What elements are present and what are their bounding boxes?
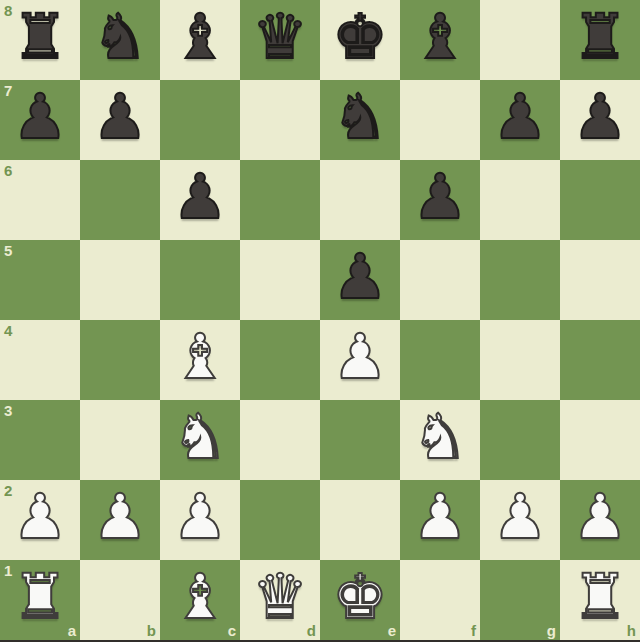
- piece-black-pawn[interactable]: ♟: [332, 237, 388, 317]
- piece-white-rook[interactable]: ♜: [572, 557, 628, 637]
- square-c4[interactable]: ♝: [160, 320, 240, 400]
- piece-white-rook[interactable]: ♜: [12, 557, 68, 637]
- square-c3[interactable]: ♞: [160, 400, 240, 480]
- chess-board: 8♜♞♝♛♚♝♜7♟♟♞♟♟6♟♟5♟4♝♟3♞♞2♟♟♟♟♟♟1a♜bc♝d♛…: [0, 0, 640, 640]
- square-b2[interactable]: ♟: [80, 480, 160, 560]
- square-d1[interactable]: d♛: [240, 560, 320, 640]
- square-h7[interactable]: ♟: [560, 80, 640, 160]
- piece-white-pawn[interactable]: ♟: [572, 477, 628, 557]
- piece-black-bishop[interactable]: ♝: [412, 0, 468, 77]
- square-b7[interactable]: ♟: [80, 80, 160, 160]
- square-e5[interactable]: ♟: [320, 240, 400, 320]
- piece-white-pawn[interactable]: ♟: [92, 477, 148, 557]
- square-f4[interactable]: [400, 320, 480, 400]
- square-d8[interactable]: ♛: [240, 0, 320, 80]
- square-e4[interactable]: ♟: [320, 320, 400, 400]
- square-e8[interactable]: ♚: [320, 0, 400, 80]
- square-b3[interactable]: [80, 400, 160, 480]
- square-f3[interactable]: ♞: [400, 400, 480, 480]
- piece-black-king[interactable]: ♚: [332, 0, 388, 77]
- piece-white-pawn[interactable]: ♟: [492, 477, 548, 557]
- piece-white-knight[interactable]: ♞: [172, 397, 228, 477]
- piece-white-pawn[interactable]: ♟: [172, 477, 228, 557]
- piece-white-pawn[interactable]: ♟: [12, 477, 68, 557]
- piece-black-pawn[interactable]: ♟: [412, 157, 468, 237]
- square-b4[interactable]: [80, 320, 160, 400]
- coord-rank-6: 6: [4, 163, 12, 178]
- coord-file-h: h: [627, 623, 636, 638]
- coord-file-f: f: [471, 623, 476, 638]
- square-h2[interactable]: ♟: [560, 480, 640, 560]
- piece-black-knight[interactable]: ♞: [92, 0, 148, 77]
- square-g4[interactable]: [480, 320, 560, 400]
- square-e7[interactable]: ♞: [320, 80, 400, 160]
- square-f8[interactable]: ♝: [400, 0, 480, 80]
- square-c6[interactable]: ♟: [160, 160, 240, 240]
- square-c2[interactable]: ♟: [160, 480, 240, 560]
- piece-black-pawn[interactable]: ♟: [172, 157, 228, 237]
- coord-rank-7: 7: [4, 83, 12, 98]
- coord-rank-8: 8: [4, 3, 12, 18]
- square-h6[interactable]: [560, 160, 640, 240]
- square-d6[interactable]: [240, 160, 320, 240]
- square-g6[interactable]: [480, 160, 560, 240]
- square-c1[interactable]: c♝: [160, 560, 240, 640]
- piece-black-knight[interactable]: ♞: [332, 77, 388, 157]
- piece-white-knight[interactable]: ♞: [412, 397, 468, 477]
- square-d5[interactable]: [240, 240, 320, 320]
- square-c8[interactable]: ♝: [160, 0, 240, 80]
- coord-rank-3: 3: [4, 403, 12, 418]
- coord-file-d: d: [307, 623, 316, 638]
- square-h8[interactable]: ♜: [560, 0, 640, 80]
- square-h3[interactable]: [560, 400, 640, 480]
- piece-white-king[interactable]: ♚: [332, 557, 388, 637]
- piece-black-pawn[interactable]: ♟: [92, 77, 148, 157]
- piece-black-pawn[interactable]: ♟: [572, 77, 628, 157]
- square-g7[interactable]: ♟: [480, 80, 560, 160]
- coord-rank-5: 5: [4, 243, 12, 258]
- coord-rank-2: 2: [4, 483, 12, 498]
- piece-black-pawn[interactable]: ♟: [12, 77, 68, 157]
- square-f2[interactable]: ♟: [400, 480, 480, 560]
- square-a8[interactable]: 8♜: [0, 0, 80, 80]
- square-a1[interactable]: 1a♜: [0, 560, 80, 640]
- piece-white-queen[interactable]: ♛: [252, 557, 308, 637]
- square-b6[interactable]: [80, 160, 160, 240]
- square-b1[interactable]: b: [80, 560, 160, 640]
- square-a5[interactable]: 5: [0, 240, 80, 320]
- square-a7[interactable]: 7♟: [0, 80, 80, 160]
- coord-file-b: b: [147, 623, 156, 638]
- square-e2[interactable]: [320, 480, 400, 560]
- square-g5[interactable]: [480, 240, 560, 320]
- square-g8[interactable]: [480, 0, 560, 80]
- coord-rank-1: 1: [4, 563, 12, 578]
- square-b5[interactable]: [80, 240, 160, 320]
- square-h5[interactable]: [560, 240, 640, 320]
- piece-white-bishop[interactable]: ♝: [172, 557, 228, 637]
- square-a6[interactable]: 6: [0, 160, 80, 240]
- piece-white-pawn[interactable]: ♟: [332, 317, 388, 397]
- coord-rank-4: 4: [4, 323, 12, 338]
- piece-black-bishop[interactable]: ♝: [172, 0, 228, 77]
- square-b8[interactable]: ♞: [80, 0, 160, 80]
- square-g3[interactable]: [480, 400, 560, 480]
- coord-file-a: a: [68, 623, 76, 638]
- square-h1[interactable]: h♜: [560, 560, 640, 640]
- piece-white-bishop[interactable]: ♝: [172, 317, 228, 397]
- square-h4[interactable]: [560, 320, 640, 400]
- square-d3[interactable]: [240, 400, 320, 480]
- piece-white-pawn[interactable]: ♟: [412, 477, 468, 557]
- square-f7[interactable]: [400, 80, 480, 160]
- square-d7[interactable]: [240, 80, 320, 160]
- square-g2[interactable]: ♟: [480, 480, 560, 560]
- square-f5[interactable]: [400, 240, 480, 320]
- square-a2[interactable]: 2♟: [0, 480, 80, 560]
- coord-file-e: e: [388, 623, 396, 638]
- square-d4[interactable]: [240, 320, 320, 400]
- square-e1[interactable]: e♚: [320, 560, 400, 640]
- square-c7[interactable]: [160, 80, 240, 160]
- piece-black-queen[interactable]: ♛: [252, 0, 308, 77]
- piece-black-pawn[interactable]: ♟: [492, 77, 548, 157]
- square-d2[interactable]: [240, 480, 320, 560]
- piece-black-rook[interactable]: ♜: [12, 0, 68, 77]
- square-f1[interactable]: f: [400, 560, 480, 640]
- square-g1[interactable]: g: [480, 560, 560, 640]
- square-a4[interactable]: 4: [0, 320, 80, 400]
- piece-black-rook[interactable]: ♜: [572, 0, 628, 77]
- square-a3[interactable]: 3: [0, 400, 80, 480]
- square-e3[interactable]: [320, 400, 400, 480]
- coord-file-c: c: [228, 623, 236, 638]
- coord-file-g: g: [547, 623, 556, 638]
- square-f6[interactable]: ♟: [400, 160, 480, 240]
- square-e6[interactable]: [320, 160, 400, 240]
- square-c5[interactable]: [160, 240, 240, 320]
